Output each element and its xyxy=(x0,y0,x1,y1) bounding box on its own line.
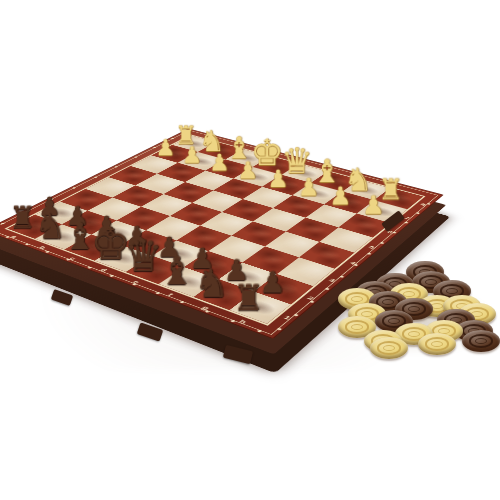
product-photo-stage: abcdefgh 12345678 ♜♞♝♚♛♝♞♜♟♟♟♟♟♟♟♟♟♟♟♟♟♟… xyxy=(0,0,500,500)
checker-disc-yellow[interactable] xyxy=(418,333,456,355)
square-f4[interactable] xyxy=(232,222,286,247)
piece-cream-pawn-c7[interactable]: ♟ xyxy=(209,151,230,174)
piece-cream-pawn-h7[interactable]: ♟ xyxy=(363,192,386,217)
checker-disc-brown[interactable] xyxy=(462,330,500,352)
checker-disc-yellow[interactable] xyxy=(370,337,408,359)
piece-brown-knight-b1[interactable]: ♞ xyxy=(35,209,67,244)
piece-cream-pawn-e7[interactable]: ♟ xyxy=(267,167,288,191)
piece-cream-pawn-g7[interactable]: ♟ xyxy=(330,184,352,209)
piece-cream-pawn-d7[interactable]: ♟ xyxy=(238,159,259,182)
piece-cream-pawn-a7[interactable]: ♟ xyxy=(155,136,175,158)
piece-brown-rook-a1[interactable]: ♜ xyxy=(8,203,35,233)
piece-cream-pawn-b7[interactable]: ♟ xyxy=(182,144,202,167)
piece-brown-rook-h1[interactable]: ♜ xyxy=(233,281,265,316)
piece-cream-pawn-f7[interactable]: ♟ xyxy=(298,175,320,199)
piece-brown-queen-e1[interactable]: ♛ xyxy=(124,234,163,277)
piece-brown-knight-g1[interactable]: ♞ xyxy=(194,264,229,303)
piece-brown-bishop-f1[interactable]: ♝ xyxy=(159,250,194,289)
